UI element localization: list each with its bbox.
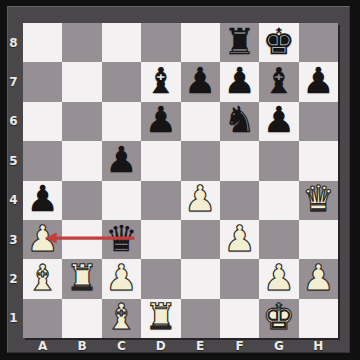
square-b8[interactable] (62, 23, 101, 62)
square-e4[interactable]: ♟ (181, 181, 220, 220)
square-f4[interactable] (220, 181, 259, 220)
rank-label-5: 5 (5, 141, 22, 180)
square-d1[interactable]: ♜ (141, 299, 180, 338)
piece-black-pawn[interactable]: ♟ (302, 63, 334, 99)
piece-black-pawn[interactable]: ♟ (145, 102, 177, 138)
square-e5[interactable] (181, 141, 220, 180)
square-f6[interactable]: ♞ (220, 102, 259, 141)
square-h1[interactable] (299, 299, 338, 338)
square-c7[interactable] (102, 62, 141, 101)
file-label-b: B (62, 338, 101, 353)
rank-labels: 87654321 (5, 23, 22, 338)
square-g6[interactable]: ♟ (259, 102, 298, 141)
piece-white-pawn[interactable]: ♟ (105, 260, 137, 296)
square-a8[interactable] (23, 23, 62, 62)
rank-label-6: 6 (5, 102, 22, 141)
piece-black-queen[interactable]: ♛ (105, 221, 137, 257)
piece-black-pawn[interactable]: ♟ (184, 63, 216, 99)
piece-black-pawn[interactable]: ♟ (27, 181, 59, 217)
square-e6[interactable] (181, 102, 220, 141)
square-c4[interactable] (102, 181, 141, 220)
square-a4[interactable]: ♟ (23, 181, 62, 220)
piece-white-pawn[interactable]: ♟ (223, 221, 255, 257)
square-h5[interactable] (299, 141, 338, 180)
rank-label-8: 8 (5, 23, 22, 62)
square-g4[interactable] (259, 181, 298, 220)
rank-label-1: 1 (5, 299, 22, 338)
file-label-f: F (220, 338, 259, 353)
square-f1[interactable] (220, 299, 259, 338)
piece-white-queen[interactable]: ♛ (302, 181, 334, 217)
square-g7[interactable]: ♝ (259, 62, 298, 101)
piece-white-pawn[interactable]: ♟ (302, 260, 334, 296)
square-g1[interactable]: ♚ (259, 299, 298, 338)
file-label-h: H (299, 338, 338, 353)
piece-white-pawn[interactable]: ♟ (263, 260, 295, 296)
piece-black-pawn[interactable]: ♟ (223, 63, 255, 99)
piece-black-rook[interactable]: ♜ (223, 24, 255, 60)
piece-white-bishop[interactable]: ♝ (27, 260, 59, 296)
square-b4[interactable] (62, 181, 101, 220)
square-f3[interactable]: ♟ (220, 220, 259, 259)
piece-white-pawn[interactable]: ♟ (184, 181, 216, 217)
square-e1[interactable] (181, 299, 220, 338)
square-d8[interactable] (141, 23, 180, 62)
square-g5[interactable] (259, 141, 298, 180)
file-label-a: A (23, 338, 62, 353)
file-label-g: G (259, 338, 298, 353)
square-h4[interactable]: ♛ (299, 181, 338, 220)
square-h7[interactable]: ♟ (299, 62, 338, 101)
square-d7[interactable]: ♝ (141, 62, 180, 101)
square-f8[interactable]: ♜ (220, 23, 259, 62)
rank-label-3: 3 (5, 220, 22, 259)
square-h8[interactable] (299, 23, 338, 62)
piece-white-pawn[interactable]: ♟ (27, 221, 59, 257)
file-label-e: E (181, 338, 220, 353)
square-e2[interactable] (181, 259, 220, 298)
square-c6[interactable] (102, 102, 141, 141)
square-g8[interactable]: ♚ (259, 23, 298, 62)
square-b5[interactable] (62, 141, 101, 180)
piece-white-rook[interactable]: ♜ (145, 299, 177, 335)
square-c2[interactable]: ♟ (102, 259, 141, 298)
square-f7[interactable]: ♟ (220, 62, 259, 101)
square-b2[interactable]: ♜ (62, 259, 101, 298)
square-c5[interactable]: ♟ (102, 141, 141, 180)
square-h6[interactable] (299, 102, 338, 141)
square-b7[interactable] (62, 62, 101, 101)
square-b1[interactable] (62, 299, 101, 338)
square-a5[interactable] (23, 141, 62, 180)
square-f5[interactable] (220, 141, 259, 180)
piece-black-pawn[interactable]: ♟ (263, 102, 295, 138)
square-e7[interactable]: ♟ (181, 62, 220, 101)
square-e8[interactable] (181, 23, 220, 62)
square-b6[interactable] (62, 102, 101, 141)
piece-white-bishop[interactable]: ♝ (105, 299, 137, 335)
square-d4[interactable] (141, 181, 180, 220)
square-d3[interactable] (141, 220, 180, 259)
piece-black-pawn[interactable]: ♟ (105, 142, 137, 178)
square-g2[interactable]: ♟ (259, 259, 298, 298)
square-c3[interactable]: ♛ (102, 220, 141, 259)
square-a3[interactable]: ♟ (23, 220, 62, 259)
rank-label-2: 2 (5, 259, 22, 298)
square-g3[interactable] (259, 220, 298, 259)
file-labels: ABCDEFGH (23, 338, 338, 353)
chess-board: ♜♚♝♟♟♝♟♟♞♟♟♟♟♛♟♛♟♝♜♟♟♟♝♜♚ (23, 23, 338, 338)
piece-black-bishop[interactable]: ♝ (263, 63, 295, 99)
square-d6[interactable]: ♟ (141, 102, 180, 141)
square-a1[interactable] (23, 299, 62, 338)
square-h2[interactable]: ♟ (299, 259, 338, 298)
square-c8[interactable] (102, 23, 141, 62)
square-a2[interactable]: ♝ (23, 259, 62, 298)
rank-label-7: 7 (5, 62, 22, 101)
square-a6[interactable] (23, 102, 62, 141)
square-c1[interactable]: ♝ (102, 299, 141, 338)
square-h3[interactable] (299, 220, 338, 259)
piece-black-king[interactable]: ♚ (263, 24, 295, 60)
square-d2[interactable] (141, 259, 180, 298)
piece-white-king[interactable]: ♚ (263, 299, 295, 335)
piece-black-bishop[interactable]: ♝ (145, 63, 177, 99)
piece-black-knight[interactable]: ♞ (223, 102, 255, 138)
rank-label-4: 4 (5, 181, 22, 220)
file-label-d: D (141, 338, 180, 353)
square-b3[interactable] (62, 220, 101, 259)
square-a7[interactable] (23, 62, 62, 101)
piece-white-rook[interactable]: ♜ (66, 260, 98, 296)
square-e3[interactable] (181, 220, 220, 259)
file-label-c: C (102, 338, 141, 353)
square-f2[interactable] (220, 259, 259, 298)
square-d5[interactable] (141, 141, 180, 180)
